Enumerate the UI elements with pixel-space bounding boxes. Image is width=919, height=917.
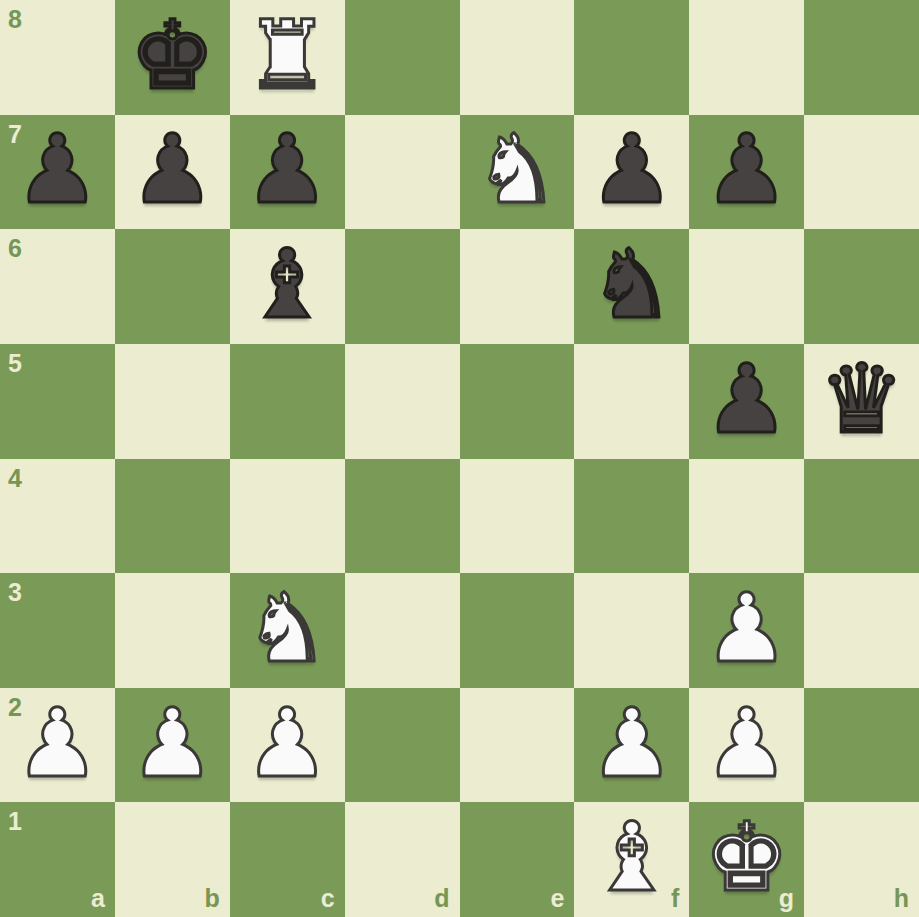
- piece-white-bishop[interactable]: ♝: [589, 810, 674, 905]
- file-label-a: a: [91, 886, 105, 911]
- piece-white-knight[interactable]: ♞: [245, 581, 330, 676]
- square-c4[interactable]: [230, 459, 345, 574]
- piece-black-pawn[interactable]: ♟: [589, 122, 674, 217]
- square-f1[interactable]: f♝: [574, 802, 689, 917]
- piece-black-queen[interactable]: ♛: [819, 352, 904, 447]
- square-g7[interactable]: ♟: [689, 115, 804, 230]
- square-f6[interactable]: ♞: [574, 229, 689, 344]
- square-f7[interactable]: ♟: [574, 115, 689, 230]
- piece-white-pawn[interactable]: ♟: [130, 696, 215, 791]
- square-h3[interactable]: [804, 573, 919, 688]
- square-e6[interactable]: [460, 229, 575, 344]
- piece-black-pawn[interactable]: ♟: [704, 352, 789, 447]
- square-b2[interactable]: ♟: [115, 688, 230, 803]
- piece-white-rook[interactable]: ♜: [245, 8, 330, 103]
- square-a5[interactable]: 5: [0, 344, 115, 459]
- square-d4[interactable]: [345, 459, 460, 574]
- square-e8[interactable]: [460, 0, 575, 115]
- piece-black-pawn[interactable]: ♟: [704, 122, 789, 217]
- piece-black-pawn[interactable]: ♟: [245, 122, 330, 217]
- square-h7[interactable]: [804, 115, 919, 230]
- file-label-d: d: [434, 886, 449, 911]
- square-d8[interactable]: [345, 0, 460, 115]
- piece-white-king[interactable]: ♚: [704, 810, 789, 905]
- square-d7[interactable]: [345, 115, 460, 230]
- square-d5[interactable]: [345, 344, 460, 459]
- rank-label-1: 1: [8, 809, 22, 834]
- square-e3[interactable]: [460, 573, 575, 688]
- square-d3[interactable]: [345, 573, 460, 688]
- piece-black-pawn[interactable]: ♟: [130, 122, 215, 217]
- square-a6[interactable]: 6: [0, 229, 115, 344]
- square-b3[interactable]: [115, 573, 230, 688]
- square-e5[interactable]: [460, 344, 575, 459]
- square-d2[interactable]: [345, 688, 460, 803]
- piece-white-pawn[interactable]: ♟: [15, 696, 100, 791]
- square-a8[interactable]: 8: [0, 0, 115, 115]
- square-h4[interactable]: [804, 459, 919, 574]
- square-f4[interactable]: [574, 459, 689, 574]
- square-b7[interactable]: ♟: [115, 115, 230, 230]
- square-g6[interactable]: [689, 229, 804, 344]
- square-b5[interactable]: [115, 344, 230, 459]
- square-d6[interactable]: [345, 229, 460, 344]
- square-c3[interactable]: ♞: [230, 573, 345, 688]
- square-e2[interactable]: [460, 688, 575, 803]
- square-g5[interactable]: ♟: [689, 344, 804, 459]
- piece-black-knight[interactable]: ♞: [589, 237, 674, 332]
- square-b6[interactable]: [115, 229, 230, 344]
- file-label-c: c: [321, 886, 335, 911]
- rank-label-8: 8: [8, 7, 22, 32]
- square-f8[interactable]: [574, 0, 689, 115]
- square-e4[interactable]: [460, 459, 575, 574]
- square-e7[interactable]: ♞: [460, 115, 575, 230]
- square-h5[interactable]: ♛: [804, 344, 919, 459]
- square-c2[interactable]: ♟: [230, 688, 345, 803]
- piece-black-king[interactable]: ♚: [130, 8, 215, 103]
- square-g1[interactable]: g♚: [689, 802, 804, 917]
- file-label-e: e: [550, 886, 564, 911]
- square-d1[interactable]: d: [345, 802, 460, 917]
- square-h8[interactable]: [804, 0, 919, 115]
- square-f5[interactable]: [574, 344, 689, 459]
- square-g2[interactable]: ♟: [689, 688, 804, 803]
- square-h2[interactable]: [804, 688, 919, 803]
- square-a4[interactable]: 4: [0, 459, 115, 574]
- square-c1[interactable]: c: [230, 802, 345, 917]
- square-c7[interactable]: ♟: [230, 115, 345, 230]
- rank-label-4: 4: [8, 466, 22, 491]
- piece-white-pawn[interactable]: ♟: [589, 696, 674, 791]
- square-a7[interactable]: 7♟: [0, 115, 115, 230]
- rank-label-6: 6: [8, 236, 22, 261]
- square-g3[interactable]: ♟: [689, 573, 804, 688]
- piece-black-pawn[interactable]: ♟: [15, 122, 100, 217]
- square-a3[interactable]: 3: [0, 573, 115, 688]
- rank-label-3: 3: [8, 580, 22, 605]
- square-f3[interactable]: [574, 573, 689, 688]
- piece-white-knight[interactable]: ♞: [474, 122, 559, 217]
- piece-black-bishop[interactable]: ♝: [245, 237, 330, 332]
- square-c5[interactable]: [230, 344, 345, 459]
- square-c8[interactable]: ♜: [230, 0, 345, 115]
- square-b1[interactable]: b: [115, 802, 230, 917]
- square-b4[interactable]: [115, 459, 230, 574]
- file-label-h: h: [894, 886, 909, 911]
- chess-board: 8♚♜7♟♟♟♞♟♟6♝♞5♟♛43♞♟2♟♟♟♟♟1abcdef♝g♚h: [0, 0, 919, 917]
- square-h1[interactable]: h: [804, 802, 919, 917]
- square-a1[interactable]: 1a: [0, 802, 115, 917]
- piece-white-pawn[interactable]: ♟: [245, 696, 330, 791]
- square-h6[interactable]: [804, 229, 919, 344]
- square-c6[interactable]: ♝: [230, 229, 345, 344]
- piece-white-pawn[interactable]: ♟: [704, 696, 789, 791]
- square-f2[interactable]: ♟: [574, 688, 689, 803]
- square-g4[interactable]: [689, 459, 804, 574]
- square-e1[interactable]: e: [460, 802, 575, 917]
- piece-white-pawn[interactable]: ♟: [704, 581, 789, 676]
- square-g8[interactable]: [689, 0, 804, 115]
- square-b8[interactable]: ♚: [115, 0, 230, 115]
- rank-label-5: 5: [8, 351, 22, 376]
- square-a2[interactable]: 2♟: [0, 688, 115, 803]
- file-label-b: b: [204, 886, 219, 911]
